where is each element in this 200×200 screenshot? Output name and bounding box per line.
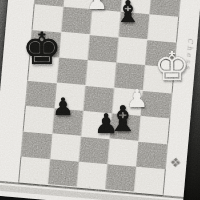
piece-black-bishop-g2[interactable]: ♝ xyxy=(107,102,138,137)
pieces-layer: ♟♝♚♚♟♟♟♝ xyxy=(0,0,200,200)
photo-of-chessboard: Chess · ¸ · ˛ · ❖ ♟♝♚♚♟♟♟♝ xyxy=(0,0,200,200)
piece-black-bishop-g6[interactable]: ♝ xyxy=(115,0,142,27)
piece-black-king-d5[interactable]: ♚ xyxy=(22,27,61,71)
piece-white-pawn-f7[interactable]: ♟ xyxy=(86,0,108,13)
piece-black-pawn-e3[interactable]: ♟ xyxy=(52,95,74,119)
piece-white-king-h4[interactable]: ♚ xyxy=(154,46,190,86)
